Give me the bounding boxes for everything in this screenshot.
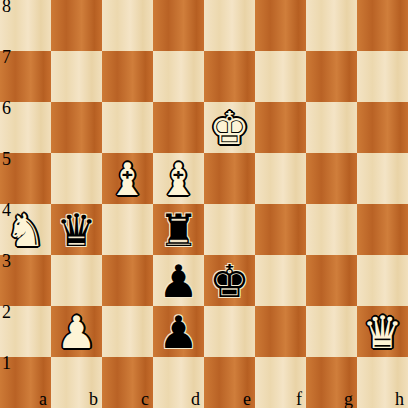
square-e6[interactable]: ♚ bbox=[204, 102, 255, 153]
square-a1[interactable]: 1a bbox=[0, 357, 51, 408]
square-g6[interactable] bbox=[306, 102, 357, 153]
square-d8[interactable] bbox=[153, 0, 204, 51]
square-a8[interactable]: 8 bbox=[0, 0, 51, 51]
square-b2[interactable]: ♟ bbox=[51, 306, 102, 357]
square-c7[interactable] bbox=[102, 51, 153, 102]
square-f6[interactable] bbox=[255, 102, 306, 153]
square-e5[interactable] bbox=[204, 153, 255, 204]
square-c2[interactable] bbox=[102, 306, 153, 357]
rank-label-6: 6 bbox=[2, 98, 11, 119]
piece-black-queen-b4[interactable]: ♛ bbox=[51, 204, 102, 255]
file-label-e: e bbox=[243, 389, 251, 408]
square-f4[interactable] bbox=[255, 204, 306, 255]
piece-white-bishop-c5[interactable]: ♝ bbox=[102, 153, 153, 204]
square-a4[interactable]: 4♞ bbox=[0, 204, 51, 255]
square-f1[interactable]: f bbox=[255, 357, 306, 408]
square-d2[interactable]: ♟ bbox=[153, 306, 204, 357]
file-label-d: d bbox=[191, 389, 200, 408]
square-h7[interactable] bbox=[357, 51, 408, 102]
piece-black-rook-d4[interactable]: ♜ bbox=[153, 204, 204, 255]
square-d5[interactable]: ♝ bbox=[153, 153, 204, 204]
square-g3[interactable] bbox=[306, 255, 357, 306]
rank-label-2: 2 bbox=[2, 302, 11, 323]
square-b7[interactable] bbox=[51, 51, 102, 102]
square-h6[interactable] bbox=[357, 102, 408, 153]
rank-label-5: 5 bbox=[2, 149, 11, 170]
square-e1[interactable]: e bbox=[204, 357, 255, 408]
square-a2[interactable]: 2 bbox=[0, 306, 51, 357]
square-d3[interactable]: ♟ bbox=[153, 255, 204, 306]
piece-white-pawn-b2[interactable]: ♟ bbox=[51, 306, 102, 357]
square-e2[interactable] bbox=[204, 306, 255, 357]
piece-white-knight-a4[interactable]: ♞ bbox=[0, 204, 51, 255]
square-b3[interactable] bbox=[51, 255, 102, 306]
square-f5[interactable] bbox=[255, 153, 306, 204]
file-label-h: h bbox=[395, 389, 404, 408]
file-label-a: a bbox=[39, 389, 47, 408]
square-b8[interactable] bbox=[51, 0, 102, 51]
file-label-f: f bbox=[296, 389, 302, 408]
square-d4[interactable]: ♜ bbox=[153, 204, 204, 255]
square-c1[interactable]: c bbox=[102, 357, 153, 408]
chess-board: 876♚5♝♝4♞♛♜3♟♚2♟♟♛1abcdefgh bbox=[0, 0, 408, 408]
piece-black-king-e3[interactable]: ♚ bbox=[204, 255, 255, 306]
file-label-c: c bbox=[141, 389, 149, 408]
rank-label-8: 8 bbox=[2, 0, 11, 17]
file-label-g: g bbox=[344, 389, 353, 408]
square-d6[interactable] bbox=[153, 102, 204, 153]
square-g5[interactable] bbox=[306, 153, 357, 204]
rank-label-7: 7 bbox=[2, 47, 11, 68]
square-e8[interactable] bbox=[204, 0, 255, 51]
square-h1[interactable]: h bbox=[357, 357, 408, 408]
square-e3[interactable]: ♚ bbox=[204, 255, 255, 306]
piece-black-pawn-d3[interactable]: ♟ bbox=[153, 255, 204, 306]
square-e7[interactable] bbox=[204, 51, 255, 102]
square-c4[interactable] bbox=[102, 204, 153, 255]
square-g1[interactable]: g bbox=[306, 357, 357, 408]
square-g2[interactable] bbox=[306, 306, 357, 357]
square-c6[interactable] bbox=[102, 102, 153, 153]
square-f8[interactable] bbox=[255, 0, 306, 51]
square-a6[interactable]: 6 bbox=[0, 102, 51, 153]
square-a7[interactable]: 7 bbox=[0, 51, 51, 102]
square-b1[interactable]: b bbox=[51, 357, 102, 408]
square-c3[interactable] bbox=[102, 255, 153, 306]
square-f2[interactable] bbox=[255, 306, 306, 357]
square-b4[interactable]: ♛ bbox=[51, 204, 102, 255]
square-c5[interactable]: ♝ bbox=[102, 153, 153, 204]
square-h3[interactable] bbox=[357, 255, 408, 306]
square-d1[interactable]: d bbox=[153, 357, 204, 408]
square-f7[interactable] bbox=[255, 51, 306, 102]
square-e4[interactable] bbox=[204, 204, 255, 255]
square-h8[interactable] bbox=[357, 0, 408, 51]
piece-white-queen-h2[interactable]: ♛ bbox=[357, 306, 408, 357]
square-a3[interactable]: 3 bbox=[0, 255, 51, 306]
square-b5[interactable] bbox=[51, 153, 102, 204]
rank-label-1: 1 bbox=[2, 353, 11, 374]
square-h2[interactable]: ♛ bbox=[357, 306, 408, 357]
file-label-b: b bbox=[89, 389, 98, 408]
square-h5[interactable] bbox=[357, 153, 408, 204]
square-d7[interactable] bbox=[153, 51, 204, 102]
square-g4[interactable] bbox=[306, 204, 357, 255]
piece-black-pawn-d2[interactable]: ♟ bbox=[153, 306, 204, 357]
square-b6[interactable] bbox=[51, 102, 102, 153]
square-g7[interactable] bbox=[306, 51, 357, 102]
square-g8[interactable] bbox=[306, 0, 357, 51]
piece-white-king-e6[interactable]: ♚ bbox=[204, 102, 255, 153]
square-h4[interactable] bbox=[357, 204, 408, 255]
square-a5[interactable]: 5 bbox=[0, 153, 51, 204]
square-c8[interactable] bbox=[102, 0, 153, 51]
square-f3[interactable] bbox=[255, 255, 306, 306]
piece-white-bishop-d5[interactable]: ♝ bbox=[153, 153, 204, 204]
